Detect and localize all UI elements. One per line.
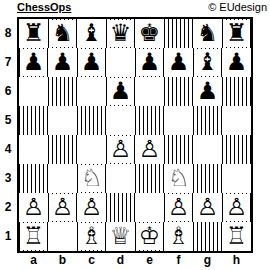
square-f1: ♗ xyxy=(164,222,193,251)
square-d4: ♙ xyxy=(106,135,135,164)
square-b6 xyxy=(48,77,77,106)
square-g4 xyxy=(193,135,222,164)
square-f3: ♘ xyxy=(164,164,193,193)
white-bishop-icon: ♗ xyxy=(166,223,191,250)
white-bishop-icon: ♗ xyxy=(79,223,104,250)
square-d3 xyxy=(106,164,135,193)
square-h1: ♖ xyxy=(222,222,251,251)
square-h5 xyxy=(222,106,251,135)
square-c8: ♝ xyxy=(77,19,106,48)
rank-label-4: 4 xyxy=(0,135,16,164)
square-a6 xyxy=(19,77,48,106)
square-e4: ♙ xyxy=(135,135,164,164)
white-queen-icon: ♕ xyxy=(108,223,133,250)
white-pawn-icon: ♙ xyxy=(108,136,133,163)
square-d1: ♕ xyxy=(106,222,135,251)
white-pawn-icon: ♙ xyxy=(79,194,104,221)
rank-label-1: 1 xyxy=(0,222,16,251)
black-pawn-icon: ♟ xyxy=(50,49,75,76)
square-g2: ♙ xyxy=(193,193,222,222)
square-d7 xyxy=(106,48,135,77)
white-pawn-icon: ♙ xyxy=(195,194,220,221)
square-g6: ♟ xyxy=(193,77,222,106)
square-h3 xyxy=(222,164,251,193)
square-b1 xyxy=(48,222,77,251)
file-label-c: c xyxy=(77,253,106,269)
rank-label-6: 6 xyxy=(0,77,16,106)
black-pawn-icon: ♟ xyxy=(79,49,104,76)
white-rook-icon: ♖ xyxy=(21,223,46,250)
square-c5 xyxy=(77,106,106,135)
square-e1: ♔ xyxy=(135,222,164,251)
square-h4 xyxy=(222,135,251,164)
black-knight-icon: ♞ xyxy=(195,20,220,47)
square-a2: ♙ xyxy=(19,193,48,222)
square-d5 xyxy=(106,106,135,135)
square-f7: ♟ xyxy=(164,48,193,77)
square-e2 xyxy=(135,193,164,222)
square-f4 xyxy=(164,135,193,164)
white-knight-icon: ♘ xyxy=(79,165,104,192)
square-b5 xyxy=(48,106,77,135)
file-label-f: f xyxy=(164,253,193,269)
rank-label-3: 3 xyxy=(0,164,16,193)
white-pawn-icon: ♙ xyxy=(224,194,249,221)
square-e6 xyxy=(135,77,164,106)
rank-label-8: 8 xyxy=(0,19,16,48)
square-d6: ♟ xyxy=(106,77,135,106)
square-c4 xyxy=(77,135,106,164)
square-b3 xyxy=(48,164,77,193)
black-pawn-icon: ♟ xyxy=(21,49,46,76)
black-bishop-icon: ♝ xyxy=(195,49,220,76)
white-knight-icon: ♘ xyxy=(166,165,191,192)
square-a1: ♖ xyxy=(19,222,48,251)
square-h7: ♟ xyxy=(222,48,251,77)
square-g1 xyxy=(193,222,222,251)
file-label-b: b xyxy=(48,253,77,269)
square-d8: ♛ xyxy=(106,19,135,48)
square-h2: ♙ xyxy=(222,193,251,222)
white-king-icon: ♔ xyxy=(137,223,162,250)
black-queen-icon: ♛ xyxy=(108,20,133,47)
file-label-d: d xyxy=(106,253,135,269)
square-e5 xyxy=(135,106,164,135)
square-f6 xyxy=(164,77,193,106)
square-g3 xyxy=(193,164,222,193)
file-label-h: h xyxy=(222,253,251,269)
square-b4 xyxy=(48,135,77,164)
black-king-icon: ♚ xyxy=(137,20,162,47)
square-b2: ♙ xyxy=(48,193,77,222)
square-e8: ♚ xyxy=(135,19,164,48)
square-g7: ♝ xyxy=(193,48,222,77)
rank-label-2: 2 xyxy=(0,193,16,222)
black-pawn-icon: ♟ xyxy=(166,49,191,76)
square-g5 xyxy=(193,106,222,135)
square-c2: ♙ xyxy=(77,193,106,222)
credit-text: © EUdesign xyxy=(208,1,267,13)
square-a7: ♟ xyxy=(19,48,48,77)
white-rook-icon: ♖ xyxy=(224,223,249,250)
rank-label-7: 7 xyxy=(0,48,16,77)
square-g8: ♞ xyxy=(193,19,222,48)
black-rook-icon: ♜ xyxy=(224,20,249,47)
square-h8: ♜ xyxy=(222,19,251,48)
square-f2: ♙ xyxy=(164,193,193,222)
white-pawn-icon: ♙ xyxy=(50,194,75,221)
square-e7: ♟ xyxy=(135,48,164,77)
file-label-e: e xyxy=(135,253,164,269)
square-a3 xyxy=(19,164,48,193)
square-f8 xyxy=(164,19,193,48)
black-pawn-icon: ♟ xyxy=(108,78,133,105)
square-a5 xyxy=(19,106,48,135)
rank-labels: 87654321 xyxy=(0,19,16,251)
square-b7: ♟ xyxy=(48,48,77,77)
file-label-g: g xyxy=(193,253,222,269)
black-pawn-icon: ♟ xyxy=(224,49,249,76)
square-c1: ♗ xyxy=(77,222,106,251)
rank-label-5: 5 xyxy=(0,106,16,135)
file-labels: abcdefgh xyxy=(19,253,251,269)
square-e3 xyxy=(135,164,164,193)
square-a8: ♜ xyxy=(19,19,48,48)
board-grid: ♜♞♝♛♚♞♜♟♟♟♟♟♝♟♟♟♙♙♘♘♙♙♙♙♙♙♖♗♕♔♗♖ xyxy=(19,19,251,251)
square-c3: ♘ xyxy=(77,164,106,193)
black-rook-icon: ♜ xyxy=(21,20,46,47)
black-pawn-icon: ♟ xyxy=(195,78,220,105)
square-c7: ♟ xyxy=(77,48,106,77)
file-label-a: a xyxy=(19,253,48,269)
square-c6 xyxy=(77,77,106,106)
chessboard: ♜♞♝♛♚♞♜♟♟♟♟♟♝♟♟♟♙♙♘♘♙♙♙♙♙♙♖♗♕♔♗♖ xyxy=(17,17,253,253)
white-pawn-icon: ♙ xyxy=(21,194,46,221)
square-h6 xyxy=(222,77,251,106)
square-b8: ♞ xyxy=(48,19,77,48)
black-bishop-icon: ♝ xyxy=(79,20,104,47)
black-pawn-icon: ♟ xyxy=(137,49,162,76)
white-pawn-icon: ♙ xyxy=(166,194,191,221)
square-d2 xyxy=(106,193,135,222)
black-knight-icon: ♞ xyxy=(50,20,75,47)
square-a4 xyxy=(19,135,48,164)
app-title-link[interactable]: ChessOps xyxy=(17,1,71,13)
white-pawn-icon: ♙ xyxy=(137,136,162,163)
square-f5 xyxy=(164,106,193,135)
